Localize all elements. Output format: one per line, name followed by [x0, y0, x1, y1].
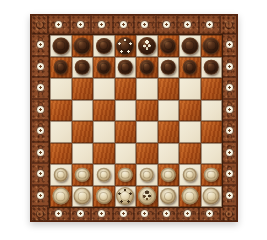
playing-grid: [49, 34, 223, 208]
piece-black-pawn[interactable]: [75, 60, 90, 75]
scroll-carving-icon: [127, 22, 132, 27]
square-a1[interactable]: [50, 186, 72, 208]
scroll-carving-icon: [148, 22, 153, 27]
frame-segment: [31, 99, 49, 121]
frame-segment: [156, 15, 178, 34]
medallion-ornament-icon: [226, 84, 233, 91]
frame-segment: [199, 206, 221, 221]
turned-wood-ring: [100, 63, 108, 71]
frame-segment: [221, 120, 237, 142]
turned-wood-ring: [164, 192, 173, 201]
square-c5[interactable]: [93, 100, 115, 122]
frame-segment: [113, 206, 135, 221]
piece-white-pawn[interactable]: [183, 168, 198, 183]
medallion-ornament-icon: [37, 84, 44, 91]
turned-wood-ring: [77, 41, 87, 51]
square-d1[interactable]: [115, 186, 137, 208]
square-a7[interactable]: [50, 57, 72, 79]
medallion-ornament-icon: [98, 21, 105, 28]
turned-wood-ring: [186, 171, 194, 179]
piece-white-pawn[interactable]: [54, 168, 69, 183]
square-g2[interactable]: [179, 164, 201, 186]
piece-black-king[interactable]: [138, 37, 156, 55]
turned-wood-ring: [207, 171, 215, 179]
square-c1[interactable]: [93, 186, 115, 208]
frame-segment: [70, 15, 92, 34]
turned-wood-ring: [143, 171, 151, 179]
scroll-carving-icon: [191, 22, 196, 27]
turned-wood-ring: [206, 191, 216, 201]
scroll-carving-icon: [213, 22, 218, 27]
turned-wood-ring: [99, 192, 108, 201]
frame-corner-scroll-icon: [31, 15, 48, 34]
square-e6[interactable]: [136, 78, 158, 100]
frame-segment: [31, 163, 49, 185]
turned-wood-ring: [185, 41, 195, 51]
square-d8[interactable]: [115, 35, 137, 57]
scroll-carving-icon: [36, 21, 44, 29]
frame-segment: [91, 206, 113, 221]
frame-segment: [221, 34, 237, 56]
square-e7[interactable]: [136, 57, 158, 79]
scroll-carving-icon: [38, 155, 43, 160]
medallion-ornament-icon: [98, 210, 105, 217]
medallion-ornament-icon: [163, 21, 170, 28]
piece-white-pawn[interactable]: [140, 168, 155, 183]
medallion-ornament-icon: [141, 210, 148, 217]
frame-segment: [31, 120, 49, 142]
piece-black-pawn[interactable]: [161, 60, 176, 75]
scroll-carving-icon: [105, 211, 110, 216]
frame-segment: [177, 15, 199, 34]
scroll-carving-icon: [225, 21, 233, 29]
turned-wood-ring: [121, 171, 129, 179]
scroll-carving-icon: [227, 91, 232, 96]
frame-segment: [31, 142, 49, 164]
square-g4[interactable]: [179, 121, 201, 143]
square-g5[interactable]: [179, 100, 201, 122]
scroll-carving-icon: [38, 112, 43, 117]
frame-segment: [113, 15, 135, 34]
scroll-carving-icon: [227, 112, 232, 117]
scroll-carving-icon: [227, 69, 232, 74]
piece-black-knight[interactable]: [181, 37, 198, 54]
scroll-carving-icon: [36, 210, 44, 218]
square-f4[interactable]: [158, 121, 180, 143]
frame-segment: [156, 206, 178, 221]
square-b5[interactable]: [72, 100, 94, 122]
frame-segment: [31, 34, 49, 56]
queen-crown-dots-icon: [116, 37, 134, 55]
frame-segment: [91, 15, 113, 34]
piece-black-pawn[interactable]: [204, 60, 219, 75]
square-e2[interactable]: [136, 164, 158, 186]
piece-white-rook[interactable]: [203, 188, 220, 205]
medallion-ornament-icon: [37, 41, 44, 48]
frame-segment: [31, 77, 49, 99]
square-e5[interactable]: [136, 100, 158, 122]
frame-corner-scroll-icon: [31, 206, 48, 221]
scroll-carving-icon: [170, 211, 175, 216]
piece-white-pawn[interactable]: [161, 168, 176, 183]
scroll-carving-icon: [38, 91, 43, 96]
scroll-carving-icon: [105, 22, 110, 27]
frame-segment: [199, 15, 221, 34]
square-a8[interactable]: [50, 35, 72, 57]
square-h6[interactable]: [201, 78, 223, 100]
frame-segment: [221, 56, 237, 78]
frame-segment: [70, 206, 92, 221]
board-frame-right: [221, 34, 237, 206]
frame-segment: [221, 185, 237, 207]
frame-segment: [48, 206, 70, 221]
medallion-ornament-icon: [77, 21, 84, 28]
square-d6[interactable]: [115, 78, 137, 100]
medallion-ornament-icon: [55, 21, 62, 28]
turned-wood-ring: [77, 191, 87, 201]
scroll-carving-icon: [227, 48, 232, 53]
frame-segment: [221, 142, 237, 164]
piece-black-pawn[interactable]: [54, 60, 69, 75]
piece-white-bishop[interactable]: [96, 188, 112, 204]
square-c3[interactable]: [93, 143, 115, 165]
scroll-carving-icon: [127, 211, 132, 216]
medallion-ornament-icon: [226, 41, 233, 48]
scroll-carving-icon: [84, 211, 89, 216]
square-d2[interactable]: [115, 164, 137, 186]
piece-black-rook[interactable]: [203, 37, 220, 54]
piece-white-pawn[interactable]: [75, 168, 90, 183]
frame-corner-scroll-icon: [220, 206, 237, 221]
medallion-ornament-icon: [226, 192, 233, 199]
square-c8[interactable]: [93, 35, 115, 57]
medallion-ornament-icon: [226, 63, 233, 70]
piece-white-pawn[interactable]: [204, 168, 219, 183]
turned-wood-ring: [56, 41, 66, 51]
turned-wood-ring: [121, 63, 129, 71]
medallion-ornament-icon: [37, 63, 44, 70]
scroll-carving-icon: [62, 22, 67, 27]
turned-wood-ring: [57, 171, 65, 179]
square-e4[interactable]: [136, 121, 158, 143]
medallion-ornament-icon: [37, 149, 44, 156]
turned-wood-ring: [78, 63, 86, 71]
scroll-carving-icon: [170, 22, 175, 27]
square-h1[interactable]: [201, 186, 223, 208]
square-f1[interactable]: [158, 186, 180, 208]
piece-black-pawn[interactable]: [183, 60, 198, 75]
piece-white-knight[interactable]: [181, 188, 198, 205]
medallion-ornament-icon: [226, 127, 233, 134]
product-photo-background: [0, 0, 267, 240]
square-a5[interactable]: [50, 100, 72, 122]
scroll-carving-icon: [227, 134, 232, 139]
turned-wood-ring: [206, 41, 216, 51]
piece-black-knight[interactable]: [74, 37, 91, 54]
scroll-carving-icon: [84, 22, 89, 27]
piece-white-rook[interactable]: [52, 188, 69, 205]
scroll-carving-icon: [227, 155, 232, 160]
square-b3[interactable]: [72, 143, 94, 165]
medallion-ornament-icon: [120, 210, 127, 217]
square-h2[interactable]: [201, 164, 223, 186]
square-g6[interactable]: [179, 78, 201, 100]
board-frame-left: [31, 34, 49, 206]
turned-wood-ring: [100, 171, 108, 179]
square-h4[interactable]: [201, 121, 223, 143]
square-g8[interactable]: [179, 35, 201, 57]
medallion-ornament-icon: [206, 21, 213, 28]
king-finial-icon: [138, 37, 156, 55]
square-c4[interactable]: [93, 121, 115, 143]
medallion-ornament-icon: [184, 210, 191, 217]
square-b7[interactable]: [72, 57, 94, 79]
turned-wood-ring: [57, 63, 65, 71]
scroll-carving-icon: [148, 211, 153, 216]
square-b4[interactable]: [72, 121, 94, 143]
frame-corner-scroll-icon: [220, 15, 237, 34]
square-d4[interactable]: [115, 121, 137, 143]
medallion-ornament-icon: [226, 170, 233, 177]
scroll-carving-icon: [38, 69, 43, 74]
frame-segment: [221, 163, 237, 185]
scroll-carving-icon: [62, 211, 67, 216]
square-a4[interactable]: [50, 121, 72, 143]
piece-black-pawn[interactable]: [118, 60, 133, 75]
scroll-carving-icon: [191, 211, 196, 216]
square-f5[interactable]: [158, 100, 180, 122]
piece-black-pawn[interactable]: [97, 60, 112, 75]
turned-wood-ring: [78, 171, 86, 179]
scroll-carving-icon: [227, 198, 232, 203]
medallion-ornament-icon: [37, 127, 44, 134]
scroll-carving-icon: [38, 134, 43, 139]
turned-wood-ring: [164, 63, 172, 71]
square-f6[interactable]: [158, 78, 180, 100]
square-b2[interactable]: [72, 164, 94, 186]
square-a6[interactable]: [50, 78, 72, 100]
chess-board: [30, 14, 238, 222]
queen-crown-dots-icon: [116, 187, 134, 205]
scroll-carving-icon: [38, 48, 43, 53]
medallion-ornament-icon: [55, 210, 62, 217]
square-b6[interactable]: [72, 78, 94, 100]
turned-wood-ring: [99, 41, 108, 50]
square-e1[interactable]: [136, 186, 158, 208]
board-frame-bottom: [31, 206, 237, 221]
square-g1[interactable]: [179, 186, 201, 208]
medallion-ornament-icon: [37, 106, 44, 113]
piece-white-queen[interactable]: [116, 187, 134, 205]
frame-segment: [134, 15, 156, 34]
square-h7[interactable]: [201, 57, 223, 79]
square-a2[interactable]: [50, 164, 72, 186]
scroll-carving-icon: [213, 211, 218, 216]
square-h8[interactable]: [201, 35, 223, 57]
square-e3[interactable]: [136, 143, 158, 165]
piece-white-pawn[interactable]: [118, 168, 133, 183]
frame-segment: [31, 185, 49, 207]
turned-wood-ring: [164, 171, 172, 179]
frame-segment: [177, 206, 199, 221]
square-b8[interactable]: [72, 35, 94, 57]
square-c6[interactable]: [93, 78, 115, 100]
piece-black-bishop[interactable]: [96, 38, 112, 54]
medallion-ornament-icon: [206, 210, 213, 217]
turned-wood-ring: [185, 191, 195, 201]
medallion-ornament-icon: [77, 210, 84, 217]
square-f7[interactable]: [158, 57, 180, 79]
frame-segment: [134, 206, 156, 221]
square-e8[interactable]: [136, 35, 158, 57]
frame-segment: [31, 56, 49, 78]
square-f3[interactable]: [158, 143, 180, 165]
medallion-ornament-icon: [184, 21, 191, 28]
piece-black-pawn[interactable]: [140, 60, 155, 75]
piece-white-knight[interactable]: [74, 188, 91, 205]
turned-wood-ring: [186, 63, 194, 71]
medallion-ornament-icon: [37, 170, 44, 177]
medallion-ornament-icon: [120, 21, 127, 28]
square-c2[interactable]: [93, 164, 115, 186]
piece-black-rook[interactable]: [52, 37, 69, 54]
medallion-ornament-icon: [163, 210, 170, 217]
square-f8[interactable]: [158, 35, 180, 57]
turned-wood-ring: [56, 191, 66, 201]
turned-wood-ring: [207, 63, 215, 71]
square-d5[interactable]: [115, 100, 137, 122]
piece-white-king[interactable]: [138, 187, 156, 205]
turned-wood-ring: [164, 41, 173, 50]
square-a3[interactable]: [50, 143, 72, 165]
king-finial-icon: [138, 187, 156, 205]
square-g7[interactable]: [179, 57, 201, 79]
frame-segment: [48, 15, 70, 34]
turned-wood-ring: [143, 63, 151, 71]
square-d7[interactable]: [115, 57, 137, 79]
square-h3[interactable]: [201, 143, 223, 165]
board-frame-top: [31, 15, 237, 34]
frame-segment: [221, 99, 237, 121]
square-b1[interactable]: [72, 186, 94, 208]
medallion-ornament-icon: [226, 149, 233, 156]
frame-segment: [221, 77, 237, 99]
scroll-carving-icon: [225, 210, 233, 218]
square-f2[interactable]: [158, 164, 180, 186]
scroll-carving-icon: [38, 198, 43, 203]
piece-black-bishop[interactable]: [160, 38, 176, 54]
scroll-carving-icon: [38, 177, 43, 182]
piece-black-queen[interactable]: [116, 37, 134, 55]
square-h5[interactable]: [201, 100, 223, 122]
medallion-ornament-icon: [226, 106, 233, 113]
scroll-carving-icon: [227, 177, 232, 182]
square-c7[interactable]: [93, 57, 115, 79]
piece-white-bishop[interactable]: [160, 188, 176, 204]
square-d3[interactable]: [115, 143, 137, 165]
medallion-ornament-icon: [141, 21, 148, 28]
piece-white-pawn[interactable]: [97, 168, 112, 183]
medallion-ornament-icon: [37, 192, 44, 199]
square-g3[interactable]: [179, 143, 201, 165]
